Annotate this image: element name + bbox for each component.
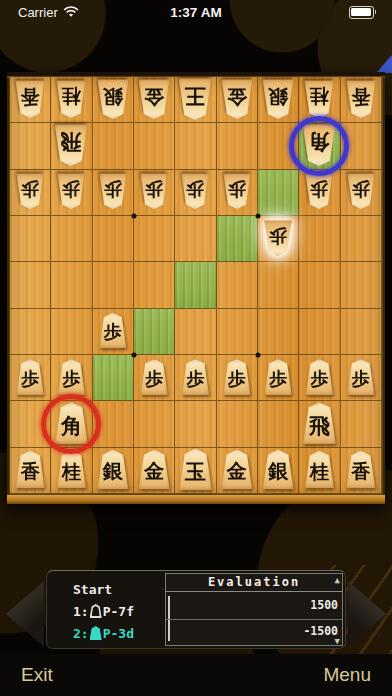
zero-line <box>166 619 342 620</box>
battery-icon <box>349 6 374 19</box>
board-cell-2g[interactable]: 歩 <box>299 355 340 401</box>
board-cell-6b[interactable] <box>134 123 175 169</box>
piece-歩-gote[interactable]: 歩 <box>181 174 210 210</box>
board-cell-2a[interactable]: 桂 <box>299 77 340 123</box>
piece-香-sente[interactable]: 香 <box>15 451 46 489</box>
board-cell-5e[interactable] <box>175 262 216 308</box>
board-cell-9g[interactable]: 歩 <box>10 355 51 401</box>
piece-歩-gote[interactable]: 歩 <box>57 174 86 210</box>
piece-歩-sente[interactable]: 歩 <box>305 359 334 395</box>
exit-button[interactable]: Exit <box>21 664 53 686</box>
piece-金-sente[interactable]: 金 <box>138 450 171 490</box>
piece-銀-sente[interactable]: 銀 <box>262 450 295 490</box>
piece-角-gote[interactable]: 角 <box>302 124 337 166</box>
board-cell-6d[interactable] <box>134 216 175 262</box>
star-point <box>131 353 136 358</box>
board-cell-4h[interactable] <box>217 401 258 447</box>
board-cell-1b[interactable] <box>341 123 382 169</box>
move-item-start[interactable]: Start <box>73 578 165 600</box>
evaluation-graph[interactable]: Evaluation 1500 -1500 ▲ ▼ <box>165 573 343 646</box>
piece-金-sente[interactable]: 金 <box>220 450 253 490</box>
board-grid[interactable]: 香桂銀金王金銀桂香飛角歩歩歩歩歩歩歩歩歩歩歩歩歩歩歩歩歩歩角飛香桂銀金玉金銀桂香 <box>9 76 383 495</box>
piece-香-gote[interactable]: 香 <box>345 80 376 118</box>
board-cell-6h[interactable] <box>134 401 175 447</box>
bottom-toolbar: Exit Menu <box>0 654 392 696</box>
board-cell-5f[interactable] <box>175 309 216 355</box>
prev-move-button[interactable] <box>6 581 44 647</box>
board-cell-8g[interactable]: 歩 <box>51 355 92 401</box>
piece-金-gote[interactable]: 金 <box>138 79 171 119</box>
min-tick-label: -1500 <box>303 624 338 638</box>
clock: 1:37 AM <box>0 5 392 20</box>
board-cell-3i[interactable]: 銀 <box>258 448 299 494</box>
board-cell-2d[interactable] <box>299 216 340 262</box>
piece-歩-gote[interactable]: 歩 <box>222 174 251 210</box>
piece-歩-gote[interactable]: 歩 <box>305 174 334 210</box>
piece-歩-gote[interactable]: 歩 <box>264 220 293 256</box>
board-edge <box>7 495 385 504</box>
board-cell-1e[interactable] <box>341 262 382 308</box>
board-cell-6g[interactable]: 歩 <box>134 355 175 401</box>
board-cell-7b[interactable] <box>93 123 134 169</box>
board-cell-6e[interactable] <box>134 262 175 308</box>
piece-角-sente[interactable]: 角 <box>54 402 89 444</box>
board-cell-6a[interactable]: 金 <box>134 77 175 123</box>
star-point <box>256 213 261 218</box>
board-cell-7d[interactable] <box>93 216 134 262</box>
board-cell-9d[interactable] <box>10 216 51 262</box>
board-cell-4c[interactable]: 歩 <box>217 170 258 216</box>
piece-歩-gote[interactable]: 歩 <box>98 174 127 210</box>
scroll-up-icon[interactable]: ▲ <box>335 576 340 585</box>
piece-香-sente[interactable]: 香 <box>345 451 376 489</box>
board-cell-5c[interactable]: 歩 <box>175 170 216 216</box>
board-cell-5d[interactable] <box>175 216 216 262</box>
piece-歩-sente[interactable]: 歩 <box>346 359 375 395</box>
piece-王-gote[interactable]: 王 <box>178 78 213 120</box>
board-cell-1g[interactable]: 歩 <box>341 355 382 401</box>
piece-飛-gote[interactable]: 飛 <box>54 124 89 166</box>
background-ornament <box>376 55 392 73</box>
piece-玉-sente[interactable]: 玉 <box>178 448 213 490</box>
piece-歩-sente[interactable]: 歩 <box>16 359 45 395</box>
piece-銀-sente[interactable]: 銀 <box>96 450 129 490</box>
sente-piece-icon <box>90 626 102 640</box>
board-cell-5h[interactable] <box>175 401 216 447</box>
status-bar: Carrier 1:37 AM <box>0 0 392 24</box>
board-cell-7h[interactable] <box>93 401 134 447</box>
board-cell-9e[interactable] <box>10 262 51 308</box>
board-cell-4i[interactable]: 金 <box>217 448 258 494</box>
board-cell-3h[interactable] <box>258 401 299 447</box>
board-cell-3c[interactable] <box>258 170 299 216</box>
board-cell-7g[interactable] <box>93 355 134 401</box>
max-tick-label: 1500 <box>310 598 338 612</box>
board-cell-4f[interactable] <box>217 309 258 355</box>
piece-歩-sente[interactable]: 歩 <box>98 313 127 349</box>
board-cell-1i[interactable]: 香 <box>341 448 382 494</box>
star-point <box>256 353 261 358</box>
board-cell-9b[interactable] <box>10 123 51 169</box>
move-item-2-current[interactable]: 2:P-3d <box>73 622 165 644</box>
board-cell-1c[interactable]: 歩 <box>341 170 382 216</box>
board-cell-9h[interactable] <box>10 401 51 447</box>
app-screen: Carrier 1:37 AM 香桂銀金王金銀桂香飛角歩歩歩歩歩歩歩歩歩歩歩歩歩… <box>0 0 392 696</box>
board-cell-3a[interactable]: 銀 <box>258 77 299 123</box>
board-cell-3g[interactable]: 歩 <box>258 355 299 401</box>
piece-歩-sente[interactable]: 歩 <box>140 359 169 395</box>
piece-歩-gote[interactable]: 歩 <box>16 174 45 210</box>
board-cell-6f[interactable] <box>134 309 175 355</box>
board-cell-2h[interactable]: 飛 <box>299 401 340 447</box>
board-cell-8e[interactable] <box>51 262 92 308</box>
piece-銀-gote[interactable]: 銀 <box>96 79 129 119</box>
move-item-1[interactable]: 1:P-7f <box>73 600 165 622</box>
evaluation-title: Evaluation <box>166 574 342 592</box>
board-cell-8f[interactable] <box>51 309 92 355</box>
gote-piece-icon <box>90 604 102 618</box>
piece-飛-sente[interactable]: 飛 <box>302 402 337 444</box>
board-cell-9i[interactable]: 香 <box>10 448 51 494</box>
board-cell-2f[interactable] <box>299 309 340 355</box>
piece-桂-sente[interactable]: 桂 <box>56 451 87 489</box>
board-cell-9c[interactable]: 歩 <box>10 170 51 216</box>
board-cell-8c[interactable]: 歩 <box>51 170 92 216</box>
board-cell-3b[interactable] <box>258 123 299 169</box>
piece-歩-sente[interactable]: 歩 <box>57 359 86 395</box>
piece-歩-sente[interactable]: 歩 <box>264 359 293 395</box>
board-cell-2i[interactable]: 桂 <box>299 448 340 494</box>
piece-桂-sente[interactable]: 桂 <box>304 451 335 489</box>
piece-歩-sente[interactable]: 歩 <box>222 359 251 395</box>
board-cell-2b[interactable]: 角 <box>299 123 340 169</box>
star-point <box>131 213 136 218</box>
board-cell-5g[interactable]: 歩 <box>175 355 216 401</box>
piece-歩-gote[interactable]: 歩 <box>346 174 375 210</box>
board-cell-6i[interactable]: 金 <box>134 448 175 494</box>
board-cell-6c[interactable]: 歩 <box>134 170 175 216</box>
board-cell-3f[interactable] <box>258 309 299 355</box>
scroll-down-icon[interactable]: ▼ <box>335 637 340 646</box>
board-cell-8i[interactable]: 桂 <box>51 448 92 494</box>
piece-香-gote[interactable]: 香 <box>15 80 46 118</box>
piece-金-gote[interactable]: 金 <box>220 79 253 119</box>
board-cell-3d[interactable]: 歩 <box>258 216 299 262</box>
board-cell-5a[interactable]: 王 <box>175 77 216 123</box>
board-cell-7f[interactable]: 歩 <box>93 309 134 355</box>
board-cell-4a[interactable]: 金 <box>217 77 258 123</box>
board-cell-7c[interactable]: 歩 <box>93 170 134 216</box>
board-cell-2c[interactable]: 歩 <box>299 170 340 216</box>
board-cell-7a[interactable]: 銀 <box>93 77 134 123</box>
board-cell-9f[interactable] <box>10 309 51 355</box>
board-cell-7e[interactable] <box>93 262 134 308</box>
board-cell-8b[interactable]: 飛 <box>51 123 92 169</box>
board-cell-4d[interactable] <box>217 216 258 262</box>
board-cell-5i[interactable]: 玉 <box>175 448 216 494</box>
piece-歩-gote[interactable]: 歩 <box>140 174 169 210</box>
board-cell-1f[interactable] <box>341 309 382 355</box>
board-cell-4e[interactable] <box>217 262 258 308</box>
board-cell-8a[interactable]: 桂 <box>51 77 92 123</box>
board-cell-1h[interactable] <box>341 401 382 447</box>
piece-歩-sente[interactable]: 歩 <box>181 359 210 395</box>
evaluation-plot-area: 1500 -1500 ▲ ▼ <box>166 592 342 645</box>
piece-銀-gote[interactable]: 銀 <box>262 79 295 119</box>
board-cell-3e[interactable] <box>258 262 299 308</box>
board-cell-1a[interactable]: 香 <box>341 77 382 123</box>
board-cell-5b[interactable] <box>175 123 216 169</box>
move-list[interactable]: Start 1:P-7f 2:P-3d <box>47 571 165 648</box>
shogi-board: 香桂銀金王金銀桂香飛角歩歩歩歩歩歩歩歩歩歩歩歩歩歩歩歩歩歩角飛香桂銀金玉金銀桂香 <box>7 72 385 504</box>
piece-桂-gote[interactable]: 桂 <box>56 80 87 118</box>
board-cell-4b[interactable] <box>217 123 258 169</box>
menu-button[interactable]: Menu <box>323 664 371 686</box>
analysis-panel: Start 1:P-7f 2:P-3d Evaluation 1500 -150… <box>0 565 392 655</box>
move-eval-box: Start 1:P-7f 2:P-3d Evaluation 1500 -150… <box>46 570 346 649</box>
board-cell-2e[interactable] <box>299 262 340 308</box>
piece-桂-gote[interactable]: 桂 <box>304 80 335 118</box>
board-cell-4g[interactable]: 歩 <box>217 355 258 401</box>
board-cell-8h[interactable]: 角 <box>51 401 92 447</box>
board-cell-7i[interactable]: 銀 <box>93 448 134 494</box>
board-cell-9a[interactable]: 香 <box>10 77 51 123</box>
board-cell-1d[interactable] <box>341 216 382 262</box>
board-cell-8d[interactable] <box>51 216 92 262</box>
